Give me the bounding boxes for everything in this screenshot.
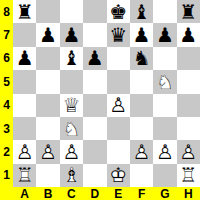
- square-h1[interactable]: ♜♖: [177, 164, 200, 187]
- square-b2[interactable]: ♟♙: [36, 140, 59, 163]
- piece-outline: ♖: [16, 164, 34, 187]
- file-label-b: B: [36, 187, 59, 200]
- rank-label-6: 6: [0, 47, 13, 70]
- piece-outline: ♙: [16, 140, 34, 163]
- rank-label-1: 1: [0, 164, 13, 187]
- file-label-e: E: [107, 187, 130, 200]
- piece-white-pawn[interactable]: ♟♙: [109, 95, 127, 115]
- piece-black-pawn[interactable]: ♟: [16, 48, 34, 68]
- square-a1[interactable]: ♜♖: [13, 164, 36, 187]
- square-h8[interactable]: ♜: [177, 0, 200, 23]
- piece-black-pawn[interactable]: ♟: [133, 25, 151, 45]
- square-e1[interactable]: ♚♔: [107, 164, 130, 187]
- square-f8[interactable]: ♝: [130, 0, 153, 23]
- square-g5[interactable]: ♞♘: [153, 70, 176, 93]
- piece-outline: ♖: [179, 164, 197, 187]
- piece-white-king[interactable]: ♚♔: [109, 165, 127, 185]
- square-g2[interactable]: ♟♙: [153, 140, 176, 163]
- square-c2[interactable]: ♟♙: [60, 140, 83, 163]
- piece-black-pawn[interactable]: ♟: [179, 25, 197, 45]
- square-d4[interactable]: [83, 94, 106, 117]
- square-b8[interactable]: [36, 0, 59, 23]
- square-c8[interactable]: [60, 0, 83, 23]
- square-b6[interactable]: [36, 47, 59, 70]
- piece-black-bishop[interactable]: ♝: [133, 2, 151, 22]
- square-f7[interactable]: ♟: [130, 23, 153, 46]
- square-f1[interactable]: [130, 164, 153, 187]
- square-g3[interactable]: [153, 117, 176, 140]
- piece-outline: ♙: [39, 140, 57, 163]
- square-g7[interactable]: ♟: [153, 23, 176, 46]
- square-f5[interactable]: [130, 70, 153, 93]
- corner-cell: [0, 187, 13, 200]
- square-a2[interactable]: ♟♙: [13, 140, 36, 163]
- file-label-f: F: [130, 187, 153, 200]
- square-e8[interactable]: ♚: [107, 0, 130, 23]
- piece-outline: ♕: [62, 94, 80, 117]
- rank-label-2: 2: [0, 140, 13, 163]
- piece-white-rook[interactable]: ♜♖: [179, 165, 197, 185]
- square-c1[interactable]: ♝♗: [60, 164, 83, 187]
- square-f3[interactable]: [130, 117, 153, 140]
- square-d2[interactable]: [83, 140, 106, 163]
- square-a3[interactable]: [13, 117, 36, 140]
- piece-white-knight[interactable]: ♞♘: [156, 72, 174, 92]
- piece-white-pawn[interactable]: ♟♙: [156, 142, 174, 162]
- square-h4[interactable]: [177, 94, 200, 117]
- square-h5[interactable]: [177, 70, 200, 93]
- piece-white-pawn[interactable]: ♟♙: [62, 142, 80, 162]
- piece-black-rook[interactable]: ♜: [16, 2, 34, 22]
- piece-outline: ♙: [62, 140, 80, 163]
- piece-white-pawn[interactable]: ♟♙: [179, 142, 197, 162]
- square-f4[interactable]: [130, 94, 153, 117]
- square-f6[interactable]: ♞: [130, 47, 153, 70]
- square-d7[interactable]: [83, 23, 106, 46]
- square-h7[interactable]: ♟: [177, 23, 200, 46]
- rank-label-4: 4: [0, 94, 13, 117]
- rank-label-8: 8: [0, 0, 13, 23]
- piece-black-pawn[interactable]: ♟: [156, 25, 174, 45]
- square-c5[interactable]: [60, 70, 83, 93]
- square-d1[interactable]: [83, 164, 106, 187]
- file-label-d: D: [83, 187, 106, 200]
- square-g4[interactable]: [153, 94, 176, 117]
- square-a8[interactable]: ♜: [13, 0, 36, 23]
- piece-outline: ♙: [156, 140, 174, 163]
- piece-black-knight[interactable]: ♞: [133, 48, 151, 68]
- rank-label-3: 3: [0, 117, 13, 140]
- piece-black-pawn[interactable]: ♟: [39, 25, 57, 45]
- square-d3[interactable]: [83, 117, 106, 140]
- piece-black-king[interactable]: ♚: [109, 2, 127, 22]
- square-g8[interactable]: [153, 0, 176, 23]
- file-label-g: G: [153, 187, 176, 200]
- square-e6[interactable]: [107, 47, 130, 70]
- piece-white-queen[interactable]: ♛♕: [62, 95, 80, 115]
- piece-black-bishop[interactable]: ♝: [62, 48, 80, 68]
- square-e4[interactable]: ♟♙: [107, 94, 130, 117]
- square-d5[interactable]: [83, 70, 106, 93]
- piece-white-knight[interactable]: ♞♘: [62, 119, 80, 139]
- piece-outline: ♘: [156, 70, 174, 93]
- square-e2[interactable]: [107, 140, 130, 163]
- square-c6[interactable]: ♝: [60, 47, 83, 70]
- piece-outline: ♗: [62, 164, 80, 187]
- piece-black-rook[interactable]: ♜: [179, 2, 197, 22]
- piece-black-queen[interactable]: ♛: [109, 25, 127, 45]
- square-b7[interactable]: ♟: [36, 23, 59, 46]
- piece-white-pawn[interactable]: ♟♙: [16, 142, 34, 162]
- piece-outline: ♙: [109, 94, 127, 117]
- piece-black-pawn[interactable]: ♟: [62, 25, 80, 45]
- rank-label-7: 7: [0, 23, 13, 46]
- piece-white-pawn[interactable]: ♟♙: [133, 142, 151, 162]
- square-g6[interactable]: [153, 47, 176, 70]
- square-h3[interactable]: [177, 117, 200, 140]
- square-b3[interactable]: [36, 117, 59, 140]
- square-g1[interactable]: [153, 164, 176, 187]
- square-c3[interactable]: ♞♘: [60, 117, 83, 140]
- square-b5[interactable]: [36, 70, 59, 93]
- square-d8[interactable]: [83, 0, 106, 23]
- square-c4[interactable]: ♛♕: [60, 94, 83, 117]
- file-label-h: H: [177, 187, 200, 200]
- square-f2[interactable]: ♟♙: [130, 140, 153, 163]
- file-label-a: A: [13, 187, 36, 200]
- square-a5[interactable]: [13, 70, 36, 93]
- piece-white-bishop[interactable]: ♝♗: [62, 165, 80, 185]
- square-a7[interactable]: [13, 23, 36, 46]
- file-label-c: C: [60, 187, 83, 200]
- piece-outline: ♔: [109, 164, 127, 187]
- piece-outline: ♙: [133, 140, 151, 163]
- square-a6[interactable]: ♟: [13, 47, 36, 70]
- piece-outline: ♙: [179, 140, 197, 163]
- chess-board: 8♜♚♝♜7♟♟♛♟♟♟6♟♝♟♞5♞♘4♛♕♟♙3♞♘2♟♙♟♙♟♙♟♙♟♙♟…: [0, 0, 200, 200]
- square-b4[interactable]: [36, 94, 59, 117]
- square-e5[interactable]: [107, 70, 130, 93]
- square-h6[interactable]: [177, 47, 200, 70]
- square-e3[interactable]: [107, 117, 130, 140]
- piece-white-pawn[interactable]: ♟♙: [39, 142, 57, 162]
- rank-label-5: 5: [0, 70, 13, 93]
- piece-white-rook[interactable]: ♜♖: [16, 165, 34, 185]
- square-h2[interactable]: ♟♙: [177, 140, 200, 163]
- square-a4[interactable]: [13, 94, 36, 117]
- piece-black-pawn[interactable]: ♟: [86, 48, 104, 68]
- square-e7[interactable]: ♛: [107, 23, 130, 46]
- piece-outline: ♘: [62, 117, 80, 140]
- square-d6[interactable]: ♟: [83, 47, 106, 70]
- square-b1[interactable]: [36, 164, 59, 187]
- square-c7[interactable]: ♟: [60, 23, 83, 46]
